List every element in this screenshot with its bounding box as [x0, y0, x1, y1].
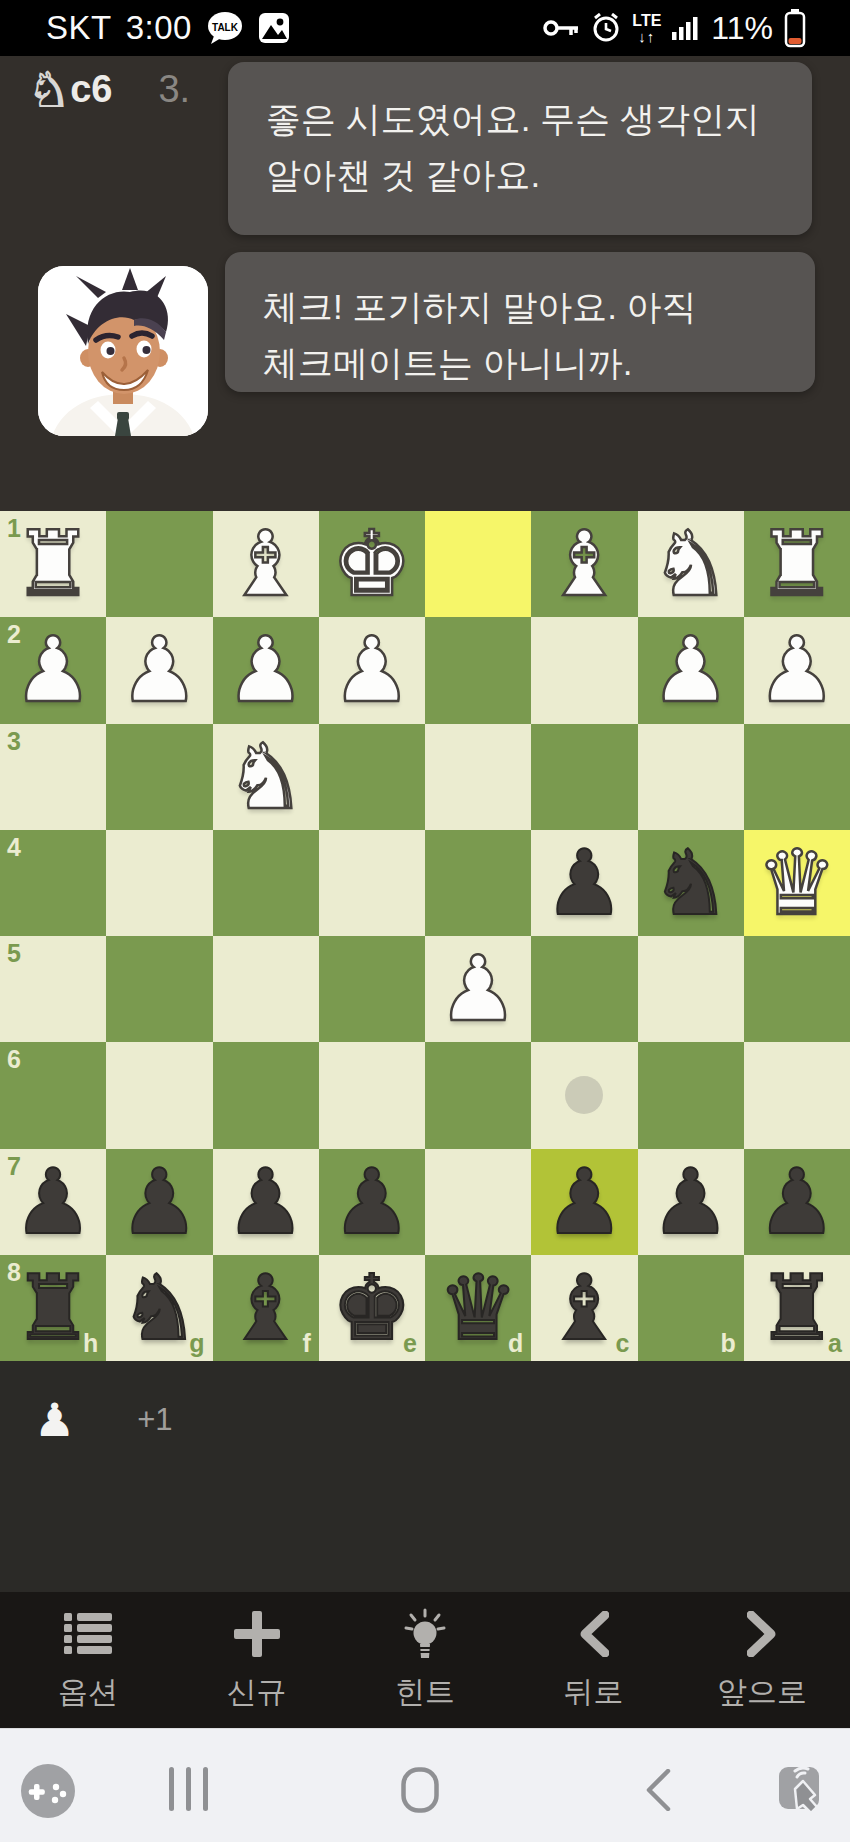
square-d2[interactable] — [425, 617, 531, 723]
square-f1[interactable]: ♝ — [213, 511, 319, 617]
rank-label-6: 6 — [7, 1047, 21, 1072]
file-label-c: c — [616, 1331, 630, 1356]
black-king[interactable]: ♚ — [332, 1263, 413, 1353]
chevron-left-icon — [579, 1608, 609, 1660]
square-c5[interactable] — [531, 936, 637, 1042]
black-knight[interactable]: ♞ — [650, 838, 731, 928]
hint-button[interactable]: 힌트 — [363, 1592, 487, 1728]
game-launcher-button[interactable] — [20, 1763, 76, 1823]
square-e1[interactable]: ♚ — [319, 511, 425, 617]
square-h5[interactable]: 5 — [0, 936, 106, 1042]
touch-assist-icon[interactable] — [777, 1765, 825, 1819]
square-a6[interactable] — [744, 1042, 850, 1148]
black-pawn[interactable]: ♟ — [225, 1157, 306, 1247]
game-toolbar: 옵션 신규 힌트 — [0, 1592, 850, 1728]
file-label-a: a — [828, 1331, 842, 1356]
rank-label-5: 5 — [7, 941, 21, 966]
black-knight[interactable]: ♞ — [119, 1263, 200, 1353]
rank-label-7: 7 — [7, 1154, 21, 1179]
square-c2[interactable] — [531, 617, 637, 723]
new-game-button[interactable]: 신규 — [195, 1592, 319, 1728]
options-label: 옵션 — [58, 1672, 118, 1713]
square-e7[interactable]: ♟ — [319, 1149, 425, 1255]
white-pawn[interactable]: ♟ — [438, 944, 519, 1034]
square-c7[interactable]: ♟ — [531, 1149, 637, 1255]
white-pawn[interactable]: ♟ — [332, 625, 413, 715]
key-icon — [542, 16, 580, 40]
square-g6[interactable] — [106, 1042, 212, 1148]
recents-button[interactable] — [169, 1767, 209, 1815]
square-a2[interactable]: ♟ — [744, 617, 850, 723]
square-a4[interactable]: ♛ — [744, 830, 850, 936]
player-area: ♟ +1 — [0, 1361, 850, 1592]
square-e8[interactable]: e♚ — [319, 1255, 425, 1361]
coach-message-2: 체크! 포기하지 말아요. 아직 체크메이트는 아니니까. — [225, 252, 815, 392]
square-f8[interactable]: f♝ — [213, 1255, 319, 1361]
white-pawn[interactable]: ♟ — [13, 625, 94, 715]
square-h7[interactable]: 7♟ — [0, 1149, 106, 1255]
phone-screen: SKT 3:00 TALK — [0, 0, 850, 1842]
black-knight-move-icon: ♞ — [28, 66, 70, 113]
square-g2[interactable]: ♟ — [106, 617, 212, 723]
coach-message-2-line1: 체크! 포기하지 말아요. 아직 — [263, 279, 781, 335]
coach-message-1-line1: 좋은 시도였어요. 무슨 생각인지 — [266, 91, 778, 147]
square-a7[interactable]: ♟ — [744, 1149, 850, 1255]
square-f4[interactable] — [213, 830, 319, 936]
square-e2[interactable]: ♟ — [319, 617, 425, 723]
square-f5[interactable] — [213, 936, 319, 1042]
white-rook[interactable]: ♜ — [13, 519, 94, 609]
file-label-g: g — [189, 1331, 204, 1356]
move-number: 3. — [158, 68, 190, 111]
square-h4[interactable]: 4 — [0, 830, 106, 936]
kakaotalk-icon: TALK — [206, 10, 244, 46]
square-e4[interactable] — [319, 830, 425, 936]
square-a5[interactable] — [744, 936, 850, 1042]
square-d8[interactable]: d♛ — [425, 1255, 531, 1361]
square-d6[interactable] — [425, 1042, 531, 1148]
square-a3[interactable] — [744, 724, 850, 830]
coach-message-2-line2: 체크메이트는 아니니까. — [263, 335, 781, 391]
black-pawn[interactable]: ♟ — [650, 1157, 731, 1247]
square-f7[interactable]: ♟ — [213, 1149, 319, 1255]
back-move-label: 뒤로 — [564, 1672, 624, 1713]
clock-label: 3:00 — [126, 9, 192, 47]
white-king[interactable]: ♚ — [332, 519, 413, 609]
file-label-f: f — [302, 1331, 310, 1356]
black-rook[interactable]: ♜ — [13, 1263, 94, 1353]
black-pawn[interactable]: ♟ — [544, 1157, 625, 1247]
black-move-san: c6 — [70, 68, 112, 111]
lte-icon: LTE ↓↑ — [632, 13, 661, 44]
square-h2[interactable]: 2♟ — [0, 617, 106, 723]
white-bishop[interactable]: ♝ — [544, 519, 625, 609]
gallery-icon — [258, 12, 290, 44]
square-b5[interactable] — [638, 936, 744, 1042]
back-button[interactable] — [645, 1769, 671, 1815]
square-d4[interactable] — [425, 830, 531, 936]
new-game-label: 신규 — [227, 1672, 287, 1713]
file-label-b: b — [720, 1331, 735, 1356]
file-label-d: d — [508, 1331, 523, 1356]
square-e6[interactable] — [319, 1042, 425, 1148]
white-knight[interactable]: ♞ — [650, 519, 731, 609]
square-h6[interactable]: 6 — [0, 1042, 106, 1148]
square-b6[interactable] — [638, 1042, 744, 1148]
rank-label-8: 8 — [7, 1260, 21, 1285]
square-a8[interactable]: a♜ — [744, 1255, 850, 1361]
square-d1[interactable] — [425, 511, 531, 617]
home-button[interactable] — [401, 1767, 439, 1817]
battery-percent-label: 11% — [711, 10, 773, 47]
android-nav-bar — [0, 1728, 850, 1842]
square-b2[interactable]: ♟ — [638, 617, 744, 723]
captured-white-pawn-icon: ♟ — [34, 1397, 75, 1443]
rank-label-4: 4 — [7, 835, 21, 860]
carrier-label: SKT — [46, 9, 112, 47]
square-b8[interactable]: b — [638, 1255, 744, 1361]
forward-move-button[interactable]: 앞으로 — [700, 1592, 824, 1728]
square-b7[interactable]: ♟ — [638, 1149, 744, 1255]
square-c4[interactable]: ♟ — [531, 830, 637, 936]
square-b4[interactable]: ♞ — [638, 830, 744, 936]
white-knight[interactable]: ♞ — [225, 732, 306, 822]
white-pawn[interactable]: ♟ — [650, 625, 731, 715]
list-icon — [64, 1608, 112, 1660]
square-d5[interactable]: ♟ — [425, 936, 531, 1042]
black-pawn[interactable]: ♟ — [13, 1157, 94, 1247]
white-pawn[interactable]: ♟ — [757, 625, 838, 715]
square-b3[interactable] — [638, 724, 744, 830]
signal-icon — [672, 15, 700, 41]
black-bishop[interactable]: ♝ — [225, 1263, 306, 1353]
coach-message-1-line2: 알아챈 것 같아요. — [266, 147, 778, 203]
back-move-button[interactable]: 뒤로 — [532, 1592, 656, 1728]
white-queen[interactable]: ♛ — [757, 838, 838, 928]
square-h3[interactable]: 3 — [0, 724, 106, 830]
captured-pieces-tray: ♟ +1 — [34, 1397, 173, 1443]
square-h1[interactable]: 1♜ — [0, 511, 106, 617]
square-f6[interactable] — [213, 1042, 319, 1148]
square-g5[interactable] — [106, 936, 212, 1042]
alarm-icon — [591, 13, 621, 43]
black-rook[interactable]: ♜ — [757, 1263, 838, 1353]
chevron-right-icon — [747, 1608, 777, 1660]
black-queen[interactable]: ♛ — [438, 1263, 519, 1353]
square-f2[interactable]: ♟ — [213, 617, 319, 723]
black-bishop[interactable]: ♝ — [544, 1263, 625, 1353]
move-hint-dot — [565, 1076, 603, 1114]
lightbulb-icon — [403, 1608, 447, 1660]
coach-avatar[interactable] — [38, 266, 208, 436]
square-c8[interactable]: c♝ — [531, 1255, 637, 1361]
battery-icon — [784, 8, 806, 48]
black-pawn[interactable]: ♟ — [757, 1157, 838, 1247]
options-button[interactable]: 옵션 — [26, 1592, 150, 1728]
white-bishop[interactable]: ♝ — [225, 519, 306, 609]
file-label-h: h — [83, 1331, 98, 1356]
square-g8[interactable]: g♞ — [106, 1255, 212, 1361]
square-h8[interactable]: 8h♜ — [0, 1255, 106, 1361]
square-d7[interactable] — [425, 1149, 531, 1255]
square-f3[interactable]: ♞ — [213, 724, 319, 830]
white-rook[interactable]: ♜ — [757, 519, 838, 609]
square-e5[interactable] — [319, 936, 425, 1042]
square-c6[interactable] — [531, 1042, 637, 1148]
square-g3[interactable] — [106, 724, 212, 830]
square-a1[interactable]: ♜ — [744, 511, 850, 617]
status-bar: SKT 3:00 TALK — [0, 0, 850, 56]
square-c1[interactable]: ♝ — [531, 511, 637, 617]
rank-label-2: 2 — [7, 622, 21, 647]
forward-move-label: 앞으로 — [717, 1672, 807, 1713]
square-g1[interactable] — [106, 511, 212, 617]
square-b1[interactable]: ♞ — [638, 511, 744, 617]
square-d3[interactable] — [425, 724, 531, 830]
file-label-e: e — [403, 1331, 417, 1356]
square-c3[interactable] — [531, 724, 637, 830]
white-pawn[interactable]: ♟ — [119, 625, 200, 715]
coach-message-1: 좋은 시도였어요. 무슨 생각인지 알아챈 것 같아요. — [228, 62, 812, 235]
square-e3[interactable] — [319, 724, 425, 830]
square-g7[interactable]: ♟ — [106, 1149, 212, 1255]
white-pawn[interactable]: ♟ — [225, 625, 306, 715]
rank-label-1: 1 — [7, 516, 21, 541]
rank-label-3: 3 — [7, 729, 21, 754]
material-advantage-label: +1 — [137, 1402, 172, 1438]
svg-text:TALK: TALK — [212, 22, 239, 33]
black-pawn[interactable]: ♟ — [544, 838, 625, 928]
black-pawn[interactable]: ♟ — [119, 1157, 200, 1247]
plus-icon — [234, 1608, 280, 1660]
square-g4[interactable] — [106, 830, 212, 936]
black-pawn[interactable]: ♟ — [332, 1157, 413, 1247]
chess-board[interactable]: 1♜♝♚♝♞♜2♟♟♟♟♟♟3♞4♟♞♛5♟67♟♟♟♟♟♟♟8h♜g♞f♝e♚… — [0, 511, 850, 1361]
hint-label: 힌트 — [395, 1672, 455, 1713]
